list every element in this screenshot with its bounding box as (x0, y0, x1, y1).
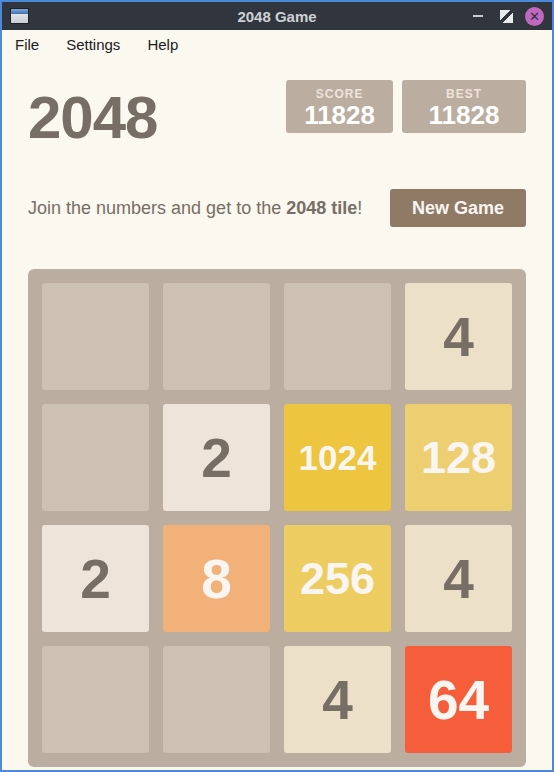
tile-128-r2c4: 128 (405, 404, 512, 511)
tile-4-r3c4: 4 (405, 525, 512, 632)
minimize-button[interactable] (468, 6, 488, 26)
menu-item-file[interactable]: File (15, 36, 39, 53)
app-window: { "window": { "title": "2048 Game", "min… (0, 0, 554, 772)
menu-item-help[interactable]: Help (147, 36, 178, 53)
best-value: 11828 (420, 101, 508, 129)
best-box: BEST 11828 (402, 80, 526, 133)
score-label: SCORE (304, 87, 375, 101)
tile-2-r2c2: 2 (163, 404, 270, 511)
empty-cell-r1c3 (284, 283, 391, 390)
menu-item-settings[interactable]: Settings (66, 36, 120, 53)
titlebar[interactable]: 2048 Game ✕ (2, 2, 552, 30)
tile-256-r3c3: 256 (284, 525, 391, 632)
tile-2-r3c1: 2 (42, 525, 149, 632)
subtitle-goal: 2048 tile (286, 198, 357, 218)
score-value: 11828 (304, 101, 375, 129)
best-label: BEST (420, 87, 508, 101)
window-icon (10, 8, 29, 24)
tile-64-r4c4: 64 (405, 646, 512, 753)
subtitle: Join the numbers and get to the 2048 til… (28, 198, 362, 219)
empty-cell-r2c1 (42, 404, 149, 511)
tile-1024-r2c3: 1024 (284, 404, 391, 511)
empty-cell-r4c1 (42, 646, 149, 753)
game-board[interactable]: 421024128282564464 (28, 269, 526, 767)
empty-cell-r1c1 (42, 283, 149, 390)
close-button[interactable]: ✕ (525, 7, 544, 26)
empty-cell-r4c2 (163, 646, 270, 753)
tile-8-r3c2: 8 (163, 525, 270, 632)
menubar: File Settings Help (2, 30, 552, 58)
minimize-icon (473, 15, 483, 17)
empty-cell-r1c2 (163, 283, 270, 390)
score-box: SCORE 11828 (286, 80, 393, 133)
tile-4-r4c3: 4 (284, 646, 391, 753)
tile-4-r1c4: 4 (405, 283, 512, 390)
new-game-button[interactable]: New Game (390, 189, 526, 227)
restore-icon[interactable] (500, 10, 513, 23)
app-title: 2048 (28, 86, 157, 150)
